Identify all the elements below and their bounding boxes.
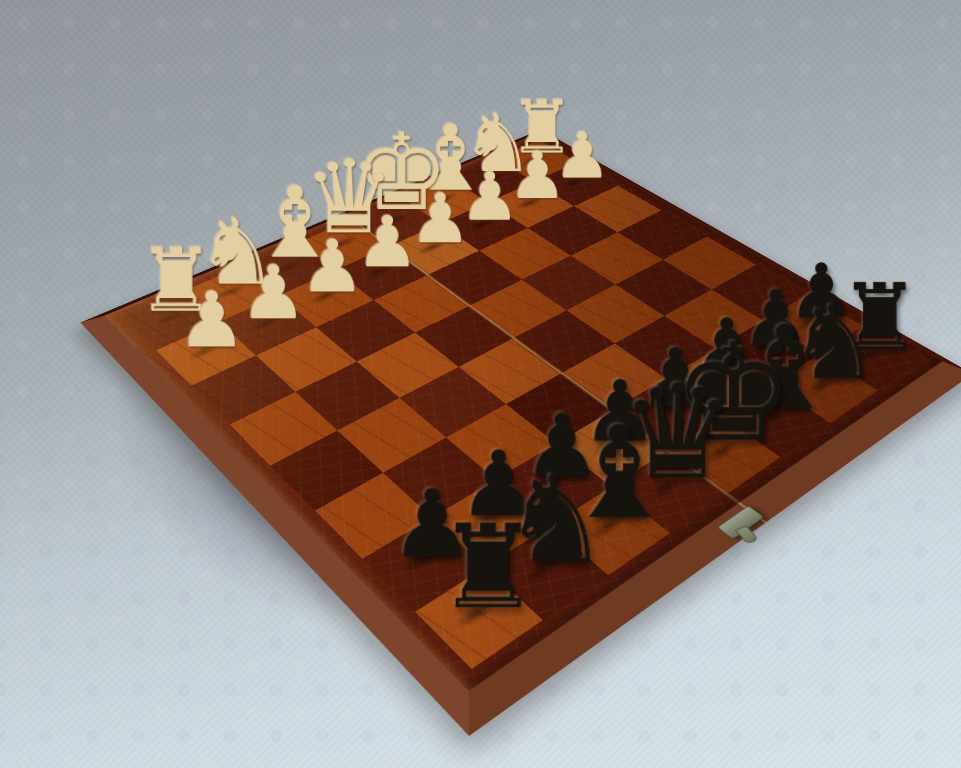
black-rook-a8: ♜ xyxy=(436,510,539,625)
chessboard-box: ♜♞♝♛♚♝♞♜♟♟♟♟♟♟♟♟♟♟♟♟♟♟♟♟♜♞♝♛♚♝♞♜ xyxy=(80,129,961,736)
photo-scene: ♜♞♝♛♚♝♞♜♟♟♟♟♟♟♟♟♟♟♟♟♟♟♟♟♜♞♝♛♚♝♞♜ xyxy=(0,0,961,768)
white-pawn-c2: ♟ xyxy=(300,230,365,303)
white-pawn-b2: ♟ xyxy=(240,255,307,330)
metal-clasp xyxy=(717,505,765,539)
white-pawn-d2: ♟ xyxy=(356,207,419,278)
board-grid: ♜♞♝♛♚♝♞♜♟♟♟♟♟♟♟♟♟♟♟♟♟♟♟♟♜♞♝♛♚♝♞♜ xyxy=(123,140,922,669)
perspective-wrapper: ♜♞♝♛♚♝♞♜♟♟♟♟♟♟♟♟♟♟♟♟♟♟♟♟♜♞♝♛♚♝♞♜ xyxy=(0,0,961,768)
white-pawn-a2: ♟ xyxy=(177,282,246,359)
square-b3 xyxy=(256,327,357,392)
